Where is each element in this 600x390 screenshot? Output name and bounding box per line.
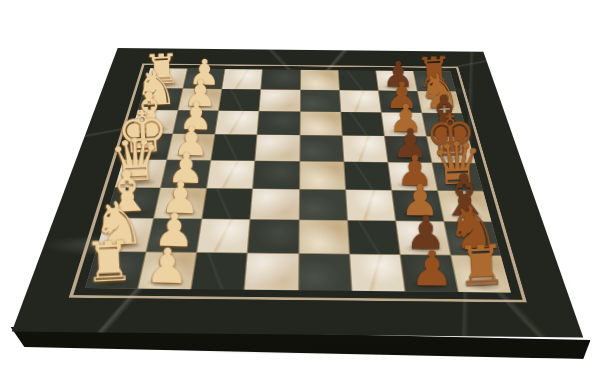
white-rook[interactable]: ♜ (82, 237, 134, 286)
square-d4[interactable] (253, 161, 298, 189)
square-b4[interactable] (248, 220, 298, 253)
square-e5[interactable] (300, 136, 343, 162)
square-f3[interactable] (216, 111, 259, 134)
square-c5[interactable] (299, 189, 346, 219)
square-a2[interactable]: ♟ (138, 252, 196, 289)
square-a1[interactable]: ♜ (85, 252, 145, 289)
square-c3[interactable] (203, 188, 253, 218)
square-f6[interactable] (341, 112, 384, 136)
photo-backdrop: Stone chess set at the standard starting… (0, 0, 600, 390)
white-pawn[interactable]: ♟ (145, 245, 189, 287)
square-g4[interactable] (260, 90, 300, 112)
square-g6[interactable] (340, 91, 381, 113)
square-e4[interactable] (256, 135, 299, 161)
square-c4[interactable] (251, 189, 299, 219)
board-grid: ♜♟♟♜♞♟♟♞♝♟♟♝♚♟♟♚♛♟♟♛♝♟♟♝♞♟♟♞♜♟♟♜ (85, 68, 511, 292)
square-h5[interactable] (301, 70, 339, 90)
square-a4[interactable] (245, 253, 298, 290)
square-d6[interactable] (344, 162, 391, 190)
square-a7[interactable]: ♟ (400, 255, 457, 292)
square-d5[interactable] (300, 161, 345, 189)
square-a3[interactable] (192, 253, 247, 290)
square-b3[interactable] (198, 219, 250, 252)
square-h4[interactable] (262, 69, 300, 89)
square-d3[interactable] (207, 160, 254, 188)
square-a5[interactable] (299, 254, 351, 291)
brown-rook[interactable]: ♜ (456, 241, 508, 290)
square-c6[interactable] (346, 190, 395, 221)
square-h3[interactable] (223, 69, 263, 89)
chess-board: ♜♟♟♜♞♟♟♞♝♟♟♝♚♟♟♚♛♟♟♛♝♟♟♝♞♟♟♞♜♟♟♜ (12, 48, 583, 337)
square-b5[interactable] (299, 220, 349, 253)
square-h6[interactable] (338, 70, 377, 90)
square-b6[interactable] (348, 221, 400, 255)
board-assembly: ♜♟♟♜♞♟♟♞♝♟♟♝♚♟♟♚♛♟♟♛♝♟♟♝♞♟♟♞♜♟♟♜ (0, 0, 600, 390)
square-a8[interactable]: ♜ (451, 255, 511, 292)
square-a6[interactable] (350, 254, 404, 291)
brown-pawn[interactable]: ♟ (411, 248, 455, 289)
square-e6[interactable] (342, 136, 387, 162)
square-g5[interactable] (300, 90, 340, 112)
square-g3[interactable] (219, 89, 260, 111)
square-e3[interactable] (212, 135, 257, 161)
